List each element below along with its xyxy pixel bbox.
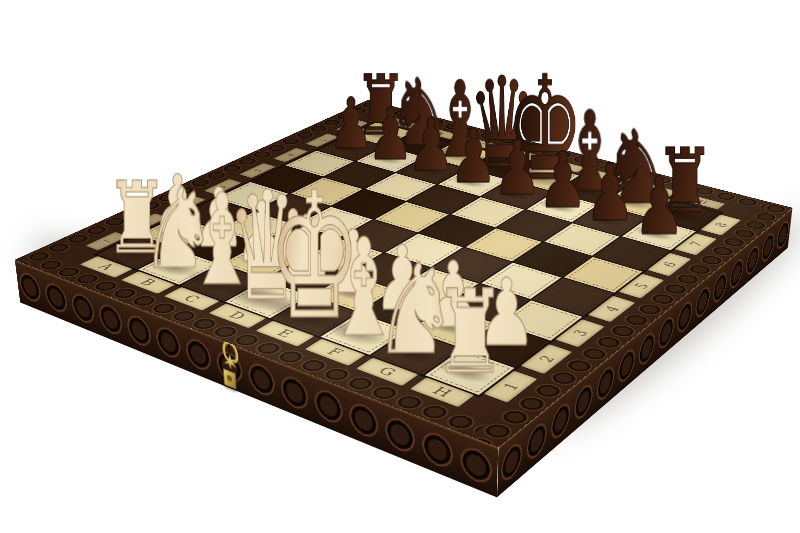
chessboard-box: AABBCCDDEEFFGGHH1122334455667788 ✶ ♜♞♝♛♚… bbox=[15, 100, 793, 447]
chess-set-product-photo: AABBCCDDEEFFGGHH1122334455667788 ✶ ♜♞♝♛♚… bbox=[0, 0, 800, 533]
brass-clasp: ✶ bbox=[214, 335, 246, 402]
